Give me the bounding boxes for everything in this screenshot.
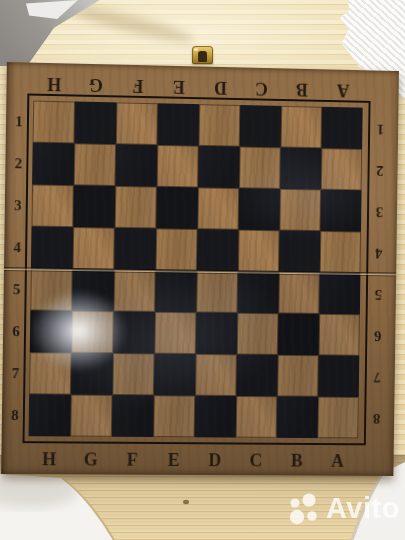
coord-label-f: F: [127, 449, 138, 470]
square-h8[interactable]: [29, 394, 71, 436]
square-d3[interactable]: [197, 187, 239, 229]
coord-label-3: 3: [376, 203, 383, 220]
coord-label-8: 8: [373, 409, 380, 426]
square-b2[interactable]: [280, 147, 321, 189]
coord-label-1: 1: [15, 113, 23, 130]
coord-label-6: 6: [374, 327, 381, 344]
square-c3[interactable]: [239, 188, 281, 230]
square-f4[interactable]: [114, 228, 156, 270]
square-g5[interactable]: [72, 269, 114, 311]
coord-label-6: 6: [12, 323, 20, 340]
square-a1[interactable]: [321, 107, 362, 149]
square-g3[interactable]: [73, 185, 115, 228]
coord-label-7: 7: [12, 365, 20, 382]
square-d5[interactable]: [196, 271, 238, 313]
rank-labels-left: 12345678: [3, 100, 32, 436]
coord-label-e: E: [168, 450, 180, 471]
rank-labels-right: 12345678: [365, 108, 393, 439]
square-a2[interactable]: [321, 148, 362, 190]
file-labels-top: HGFEDCBA: [33, 68, 363, 105]
coord-label-1: 1: [377, 120, 384, 137]
square-h4[interactable]: [31, 226, 73, 269]
coord-label-4: 4: [375, 244, 382, 261]
square-a3[interactable]: [320, 190, 361, 232]
chess-board: HGFEDCBA HGFEDCBA 12345678 12345678: [1, 62, 399, 476]
photo-scene: HGFEDCBA HGFEDCBA 12345678 12345678 Avit…: [0, 0, 405, 540]
square-e6[interactable]: [154, 312, 196, 354]
square-g7[interactable]: [71, 353, 113, 395]
avito-logo-icon: [286, 490, 322, 526]
coord-label-h: H: [47, 72, 61, 93]
wood-knot: [183, 500, 189, 504]
square-a5[interactable]: [319, 272, 360, 314]
square-g2[interactable]: [74, 143, 116, 186]
coord-label-f: F: [132, 74, 143, 95]
brass-latch: [192, 46, 213, 64]
square-h7[interactable]: [29, 352, 71, 394]
square-b3[interactable]: [280, 189, 321, 231]
coord-label-a: A: [331, 451, 344, 472]
coord-label-8: 8: [11, 407, 19, 424]
coord-label-7: 7: [374, 368, 381, 385]
board-grid: [29, 101, 363, 439]
square-f8[interactable]: [112, 395, 154, 437]
square-h2[interactable]: [32, 143, 74, 186]
square-a4[interactable]: [320, 231, 361, 273]
coord-label-c: C: [255, 77, 268, 98]
square-a6[interactable]: [319, 314, 360, 356]
square-d1[interactable]: [199, 104, 241, 146]
coord-label-d: D: [213, 76, 226, 97]
square-d4[interactable]: [197, 229, 239, 271]
square-c4[interactable]: [238, 230, 280, 272]
square-h3[interactable]: [31, 184, 73, 227]
square-b8[interactable]: [277, 396, 318, 438]
square-g4[interactable]: [73, 227, 115, 269]
avito-watermark: Avito: [286, 490, 400, 526]
coord-label-c: C: [249, 450, 262, 471]
square-b1[interactable]: [281, 106, 322, 148]
square-d8[interactable]: [195, 396, 237, 438]
square-d6[interactable]: [196, 312, 238, 354]
square-f3[interactable]: [115, 186, 157, 228]
coord-label-b: B: [296, 78, 308, 99]
square-e4[interactable]: [156, 228, 198, 270]
square-a7[interactable]: [318, 355, 359, 397]
file-labels-bottom: HGFEDCBA: [28, 446, 358, 474]
square-f6[interactable]: [113, 311, 155, 353]
square-e1[interactable]: [157, 103, 199, 146]
square-e7[interactable]: [154, 354, 196, 396]
square-h1[interactable]: [33, 101, 75, 144]
coord-label-g: G: [89, 73, 103, 94]
square-e3[interactable]: [156, 187, 198, 229]
avito-wordmark: Avito: [326, 494, 400, 523]
square-h6[interactable]: [30, 310, 72, 352]
square-c1[interactable]: [240, 105, 282, 147]
square-g8[interactable]: [70, 395, 112, 437]
square-d2[interactable]: [198, 146, 240, 188]
square-h5[interactable]: [30, 268, 72, 310]
square-a8[interactable]: [317, 397, 358, 439]
coord-label-e: E: [173, 75, 185, 96]
square-f7[interactable]: [112, 353, 154, 395]
square-g6[interactable]: [71, 311, 113, 353]
square-e5[interactable]: [155, 270, 197, 312]
square-c2[interactable]: [239, 147, 281, 189]
coord-label-2: 2: [376, 162, 383, 179]
coord-label-4: 4: [13, 239, 21, 256]
square-d7[interactable]: [195, 354, 237, 396]
square-f5[interactable]: [114, 270, 156, 312]
square-b6[interactable]: [278, 313, 319, 355]
coord-label-5: 5: [375, 285, 382, 302]
coord-label-h: H: [42, 449, 56, 470]
square-b7[interactable]: [277, 355, 318, 397]
square-c8[interactable]: [236, 396, 278, 438]
square-e8[interactable]: [153, 395, 195, 437]
square-c6[interactable]: [237, 313, 279, 355]
square-c7[interactable]: [236, 354, 278, 396]
square-c5[interactable]: [237, 271, 279, 313]
coord-label-2: 2: [15, 155, 23, 172]
coord-label-5: 5: [13, 281, 21, 298]
square-e2[interactable]: [157, 145, 199, 187]
coord-label-g: G: [84, 449, 98, 470]
coord-label-3: 3: [14, 197, 22, 214]
square-f1[interactable]: [116, 102, 158, 145]
coord-label-a: A: [336, 79, 349, 100]
coord-label-d: D: [208, 450, 221, 471]
square-b4[interactable]: [279, 230, 320, 272]
coord-label-b: B: [291, 450, 303, 471]
square-f2[interactable]: [115, 144, 157, 187]
square-b5[interactable]: [278, 272, 319, 314]
square-g1[interactable]: [74, 101, 116, 144]
